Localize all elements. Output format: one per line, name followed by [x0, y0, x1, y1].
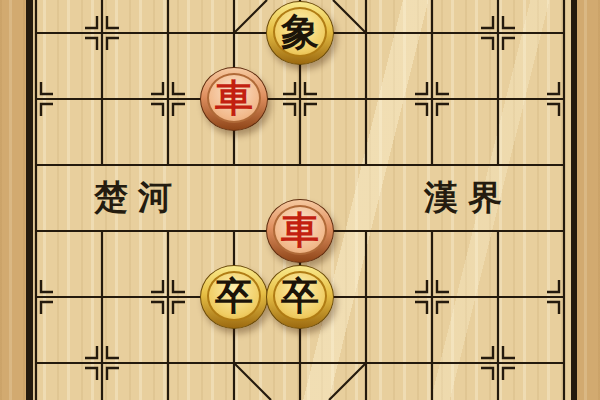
point-marker: [151, 82, 163, 94]
point-marker: [503, 38, 515, 50]
point-marker: [41, 104, 53, 116]
point-marker: [547, 280, 559, 292]
point-marker: [547, 104, 559, 116]
point-marker: [85, 38, 97, 50]
point-marker: [41, 280, 53, 292]
point-marker: [173, 280, 185, 292]
point-marker: [415, 302, 427, 314]
point-marker: [173, 302, 185, 314]
point-marker: [151, 104, 163, 116]
point-marker: [85, 368, 97, 380]
point-marker: [547, 302, 559, 314]
point-marker: [283, 82, 295, 94]
point-marker: [481, 16, 493, 28]
piece-glyph-red-chariot: 車: [215, 79, 253, 117]
piece-face: 卒: [207, 271, 261, 321]
piece-face: 車: [207, 73, 261, 123]
red-chariot-piece[interactable]: 車: [200, 67, 268, 131]
point-marker: [107, 346, 119, 358]
point-marker: [503, 16, 515, 28]
black-elephant-piece[interactable]: 象: [266, 1, 334, 65]
point-marker: [437, 82, 449, 94]
black-soldier-piece[interactable]: 卒: [266, 265, 334, 329]
point-marker: [415, 280, 427, 292]
point-marker: [85, 346, 97, 358]
piece-glyph-red-chariot: 車: [281, 211, 319, 249]
point-marker: [547, 82, 559, 94]
piece-glyph-black-elephant: 象: [281, 13, 319, 51]
black-soldier-piece[interactable]: 卒: [200, 265, 268, 329]
point-marker: [107, 16, 119, 28]
point-marker: [173, 82, 185, 94]
piece-face: 卒: [273, 271, 327, 321]
point-marker: [151, 280, 163, 292]
point-marker: [305, 82, 317, 94]
point-marker: [415, 82, 427, 94]
point-marker: [415, 104, 427, 116]
point-marker: [503, 346, 515, 358]
red-chariot-piece[interactable]: 車: [266, 199, 334, 263]
piece-glyph-black-soldier: 卒: [215, 277, 253, 315]
point-marker: [481, 368, 493, 380]
river-label-han-jie: 漢界: [424, 179, 512, 217]
river-label-chu-he: 楚河: [94, 179, 182, 217]
point-marker: [437, 104, 449, 116]
point-marker: [107, 368, 119, 380]
point-marker: [107, 38, 119, 50]
piece-face: 象: [273, 7, 327, 57]
point-marker: [503, 368, 515, 380]
point-marker: [481, 38, 493, 50]
point-marker: [305, 104, 317, 116]
point-marker: [41, 302, 53, 314]
point-marker: [283, 104, 295, 116]
point-marker: [173, 104, 185, 116]
piece-glyph-black-soldier: 卒: [281, 277, 319, 315]
piece-face: 車: [273, 205, 327, 255]
point-marker: [437, 280, 449, 292]
point-marker: [437, 302, 449, 314]
point-marker: [151, 302, 163, 314]
xiangqi-board[interactable]: 楚河 漢界 象車車卒卒: [0, 0, 600, 400]
point-marker: [85, 16, 97, 28]
point-marker: [41, 82, 53, 94]
point-marker: [481, 346, 493, 358]
